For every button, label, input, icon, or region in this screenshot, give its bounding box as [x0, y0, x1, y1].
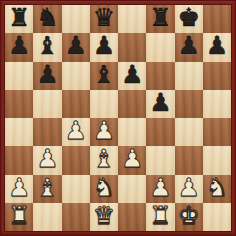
square-f5[interactable]: ♟	[146, 90, 174, 118]
piece-black-rook[interactable]: ♜	[149, 5, 171, 32]
square-c3[interactable]	[62, 146, 90, 174]
piece-white-knight[interactable]: ♞	[206, 175, 228, 202]
piece-white-king[interactable]: ♚	[177, 203, 199, 230]
piece-white-queen[interactable]: ♛	[93, 203, 115, 230]
piece-black-pawn[interactable]: ♟	[36, 62, 58, 89]
square-g3[interactable]	[175, 146, 203, 174]
square-e3[interactable]: ♟	[118, 146, 146, 174]
square-c1[interactable]	[62, 203, 90, 231]
piece-black-bishop[interactable]: ♝	[93, 62, 115, 89]
piece-black-pawn[interactable]: ♟	[177, 33, 199, 60]
square-d7[interactable]: ♟	[90, 33, 118, 61]
piece-black-knight[interactable]: ♞	[36, 5, 58, 32]
piece-white-pawn[interactable]: ♟	[149, 175, 171, 202]
square-e5[interactable]	[118, 90, 146, 118]
square-a7[interactable]: ♟	[5, 33, 33, 61]
piece-white-bishop[interactable]: ♝	[36, 175, 58, 202]
square-d8[interactable]: ♛	[90, 5, 118, 33]
square-g1[interactable]: ♚	[175, 203, 203, 231]
square-b8[interactable]: ♞	[33, 5, 61, 33]
piece-black-bishop[interactable]: ♝	[36, 33, 58, 60]
square-a3[interactable]	[5, 146, 33, 174]
square-e6[interactable]: ♟	[118, 62, 146, 90]
board-frame: ♜♞♛♜♚♟♝♟♟♟♟♟♝♟♟♟♟♟♝♟♟♝♞♟♟♞♜♛♜♚	[0, 0, 236, 236]
piece-black-pawn[interactable]: ♟	[206, 33, 228, 60]
square-b4[interactable]	[33, 118, 61, 146]
square-f6[interactable]	[146, 62, 174, 90]
square-b5[interactable]	[33, 90, 61, 118]
square-f8[interactable]: ♜	[146, 5, 174, 33]
square-a1[interactable]: ♜	[5, 203, 33, 231]
square-h8[interactable]	[203, 5, 231, 33]
square-h6[interactable]	[203, 62, 231, 90]
square-f3[interactable]	[146, 146, 174, 174]
piece-black-pawn[interactable]: ♟	[121, 62, 143, 89]
square-b6[interactable]: ♟	[33, 62, 61, 90]
chess-board: ♜♞♛♜♚♟♝♟♟♟♟♟♝♟♟♟♟♟♝♟♟♝♞♟♟♞♜♛♜♚	[5, 5, 231, 231]
square-c2[interactable]	[62, 175, 90, 203]
square-e2[interactable]	[118, 175, 146, 203]
square-c6[interactable]	[62, 62, 90, 90]
square-h5[interactable]	[203, 90, 231, 118]
piece-white-pawn[interactable]: ♟	[177, 175, 199, 202]
square-b1[interactable]	[33, 203, 61, 231]
square-a6[interactable]	[5, 62, 33, 90]
square-f1[interactable]: ♜	[146, 203, 174, 231]
square-g4[interactable]	[175, 118, 203, 146]
square-d6[interactable]: ♝	[90, 62, 118, 90]
piece-black-king[interactable]: ♚	[177, 5, 199, 32]
square-c5[interactable]	[62, 90, 90, 118]
piece-black-rook[interactable]: ♜	[8, 5, 30, 32]
piece-white-pawn[interactable]: ♟	[36, 146, 58, 173]
piece-black-pawn[interactable]: ♟	[8, 33, 30, 60]
square-d5[interactable]	[90, 90, 118, 118]
square-a4[interactable]	[5, 118, 33, 146]
piece-white-pawn[interactable]: ♟	[64, 118, 86, 145]
piece-white-pawn[interactable]: ♟	[8, 175, 30, 202]
square-f7[interactable]	[146, 33, 174, 61]
square-b2[interactable]: ♝	[33, 175, 61, 203]
square-e7[interactable]	[118, 33, 146, 61]
piece-white-pawn[interactable]: ♟	[93, 118, 115, 145]
square-g5[interactable]	[175, 90, 203, 118]
square-h1[interactable]	[203, 203, 231, 231]
square-a5[interactable]	[5, 90, 33, 118]
square-d1[interactable]: ♛	[90, 203, 118, 231]
square-f4[interactable]	[146, 118, 174, 146]
square-g6[interactable]	[175, 62, 203, 90]
square-h4[interactable]	[203, 118, 231, 146]
square-h3[interactable]	[203, 146, 231, 174]
square-c7[interactable]: ♟	[62, 33, 90, 61]
square-c8[interactable]	[62, 5, 90, 33]
square-e8[interactable]	[118, 5, 146, 33]
square-b7[interactable]: ♝	[33, 33, 61, 61]
square-d2[interactable]: ♞	[90, 175, 118, 203]
piece-black-pawn[interactable]: ♟	[64, 33, 86, 60]
square-h7[interactable]: ♟	[203, 33, 231, 61]
square-d4[interactable]: ♟	[90, 118, 118, 146]
piece-white-pawn[interactable]: ♟	[121, 146, 143, 173]
square-c4[interactable]: ♟	[62, 118, 90, 146]
piece-black-pawn[interactable]: ♟	[149, 90, 171, 117]
square-e4[interactable]	[118, 118, 146, 146]
square-g2[interactable]: ♟	[175, 175, 203, 203]
piece-white-rook[interactable]: ♜	[149, 203, 171, 230]
piece-black-pawn[interactable]: ♟	[93, 33, 115, 60]
square-a2[interactable]: ♟	[5, 175, 33, 203]
square-e1[interactable]	[118, 203, 146, 231]
square-f2[interactable]: ♟	[146, 175, 174, 203]
piece-white-bishop[interactable]: ♝	[93, 146, 115, 173]
square-h2[interactable]: ♞	[203, 175, 231, 203]
piece-white-knight[interactable]: ♞	[93, 175, 115, 202]
square-b3[interactable]: ♟	[33, 146, 61, 174]
square-g7[interactable]: ♟	[175, 33, 203, 61]
square-g8[interactable]: ♚	[175, 5, 203, 33]
piece-white-rook[interactable]: ♜	[8, 203, 30, 230]
piece-black-queen[interactable]: ♛	[93, 5, 115, 32]
square-a8[interactable]: ♜	[5, 5, 33, 33]
square-d3[interactable]: ♝	[90, 146, 118, 174]
